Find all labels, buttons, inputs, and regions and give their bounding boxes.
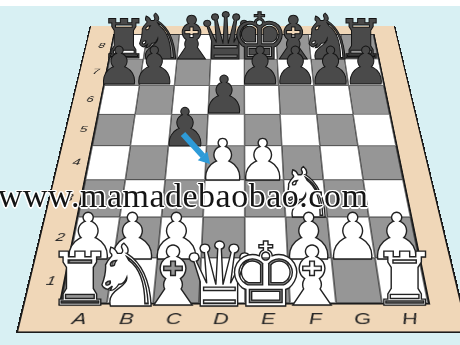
square-b6 (135, 86, 174, 115)
square-e5 (244, 114, 282, 145)
square-f1 (288, 258, 336, 303)
square-h7 (345, 59, 384, 86)
square-h3 (363, 180, 410, 217)
square-a1 (61, 258, 114, 303)
square-a7 (104, 59, 143, 86)
square-b7 (139, 59, 177, 86)
square-b4 (125, 146, 168, 180)
square-g6 (314, 86, 353, 115)
square-a2 (70, 217, 120, 258)
square-g7 (311, 59, 349, 86)
square-c8 (177, 35, 212, 60)
file-label-a: A (53, 306, 105, 331)
top-margin (0, 0, 460, 6)
square-c2 (157, 217, 203, 258)
square-h8 (341, 35, 378, 60)
square-h6 (349, 86, 390, 115)
square-e4 (244, 146, 284, 180)
square-c6 (171, 86, 209, 115)
square-d5 (206, 114, 244, 145)
file-label-g: G (338, 306, 388, 331)
square-e8 (244, 35, 278, 60)
square-d8 (210, 35, 244, 60)
square-h5 (353, 114, 396, 145)
file-label-b: B (101, 306, 151, 331)
square-g4 (320, 146, 363, 180)
square-e1 (244, 258, 290, 303)
square-d4 (205, 146, 245, 180)
square-d2 (201, 217, 245, 258)
file-label-f: F (291, 306, 340, 331)
square-c7 (174, 59, 210, 86)
square-f6 (279, 86, 317, 115)
square-b5 (130, 114, 171, 145)
square-b2 (114, 217, 162, 258)
square-f5 (280, 114, 320, 145)
chess-board (59, 34, 431, 305)
file-label-c: C (149, 306, 198, 331)
square-c4 (165, 146, 206, 180)
square-g8 (309, 35, 345, 60)
square-h1 (375, 258, 428, 303)
square-a4 (86, 146, 131, 180)
square-c5 (168, 114, 207, 145)
square-f2 (286, 217, 332, 258)
square-a6 (99, 86, 140, 115)
file-label-e: E (245, 306, 293, 331)
file-label-d: D (197, 306, 245, 331)
watermark: www.mamadebaobao.com (0, 177, 368, 215)
square-h4 (358, 146, 403, 180)
file-label-h: H (384, 306, 436, 331)
square-f8 (276, 35, 311, 60)
square-c1 (153, 258, 201, 303)
chess-illustration: 8 7 6 5 4 3 2 1 A B C D E F G H ♜♞♝♛♚♝♞♜… (0, 0, 460, 345)
square-g1 (332, 258, 383, 303)
square-f4 (282, 146, 323, 180)
square-a8 (110, 35, 147, 60)
square-f7 (278, 59, 314, 86)
square-e6 (244, 86, 280, 115)
square-a5 (92, 114, 135, 145)
square-e2 (244, 217, 288, 258)
square-g5 (317, 114, 358, 145)
square-d7 (209, 59, 244, 86)
file-labels: A B C D E F G H (53, 306, 436, 331)
square-b1 (107, 258, 157, 303)
square-d6 (208, 86, 244, 115)
square-b8 (143, 35, 179, 60)
square-h2 (369, 217, 419, 258)
square-e7 (244, 59, 279, 86)
square-g2 (327, 217, 375, 258)
square-d1 (199, 258, 245, 303)
